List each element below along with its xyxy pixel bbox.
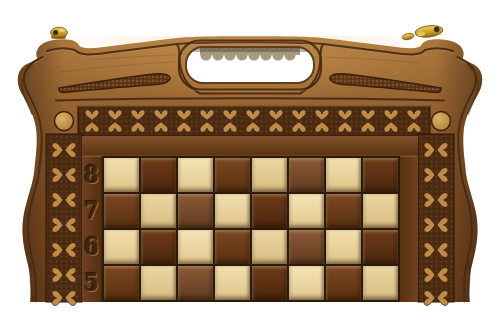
board-square-d7[interactable] [215,194,250,228]
board-square-a8[interactable] [104,158,139,192]
corner-dot-left [55,112,74,131]
board-square-e6[interactable] [252,230,287,264]
board-square-d6[interactable] [215,230,250,264]
board-square-d5[interactable] [215,266,250,300]
board-square-e8[interactable] [252,158,287,192]
ornament-band-top [78,105,430,136]
board-square-c6[interactable] [178,230,213,264]
rank-label-7: 7 [81,196,102,225]
board-square-f5[interactable] [289,266,324,300]
board-square-g8[interactable] [326,158,361,192]
board-square-b8[interactable] [141,158,176,192]
board-square-g6[interactable] [326,230,361,264]
corner-dot-right [432,112,451,131]
board-square-f7[interactable] [289,194,324,228]
board-square-e7[interactable] [252,194,287,228]
board-square-e5[interactable] [252,266,287,300]
board-square-f6[interactable] [289,230,324,264]
board-square-a6[interactable] [104,230,139,264]
board-square-g5[interactable] [326,266,361,300]
board-square-b7[interactable] [141,194,176,228]
board-square-h5[interactable] [363,266,398,300]
rank-label-5: 5 [81,268,102,297]
board-square-h6[interactable] [363,230,398,264]
board-square-c7[interactable] [178,194,213,228]
board-square-b6[interactable] [141,230,176,264]
board-square-a5[interactable] [104,266,139,300]
board-square-d8[interactable] [215,158,250,192]
board-square-h8[interactable] [363,158,398,192]
board-square-c5[interactable] [178,266,213,300]
rank-label-6: 6 [81,232,102,261]
board-square-b5[interactable] [141,266,176,300]
chess-board [102,156,400,302]
board-square-g7[interactable] [326,194,361,228]
rank-label-8: 8 [81,160,102,189]
board-square-c8[interactable] [178,158,213,192]
brass-hinge-left [51,27,68,39]
ornament-band-right [418,134,454,302]
ornament-band-left [46,134,82,302]
board-square-f8[interactable] [289,158,324,192]
board-square-h7[interactable] [363,194,398,228]
board-square-a7[interactable] [104,194,139,228]
carry-handle-cutout [179,41,321,91]
product-photo: 8765 [0,0,500,334]
